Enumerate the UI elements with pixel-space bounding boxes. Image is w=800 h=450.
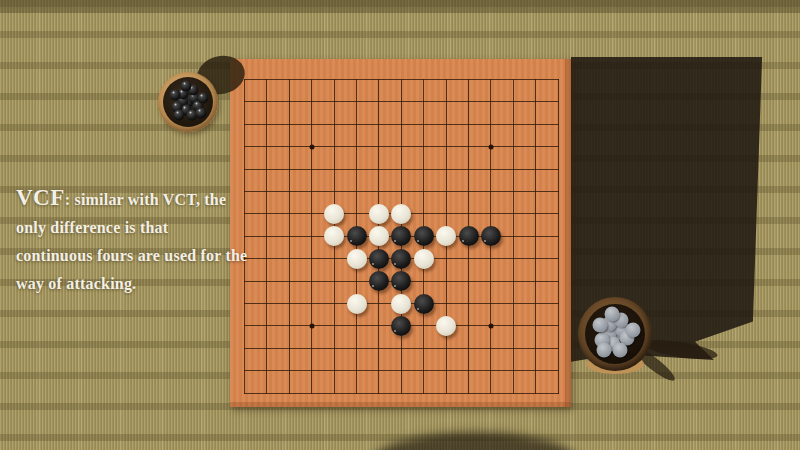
bowl-stone xyxy=(597,342,612,357)
vcf-caption: VCF: similar with VCT, the only differen… xyxy=(16,184,247,298)
board-grid xyxy=(244,79,559,394)
caption-line-3: continuous fours are used for the xyxy=(16,242,247,270)
black-stone[interactable] xyxy=(391,316,411,336)
black-stone[interactable] xyxy=(414,226,434,246)
white-stone[interactable] xyxy=(391,294,411,314)
white-stone[interactable] xyxy=(369,226,389,246)
star-point xyxy=(488,323,493,328)
black-stone[interactable] xyxy=(369,271,389,291)
bowl-stone xyxy=(180,80,191,91)
black-stone[interactable] xyxy=(347,226,367,246)
white-stone[interactable] xyxy=(347,294,367,314)
bowl-stone xyxy=(196,107,207,118)
bowl-stone xyxy=(605,307,620,322)
caption-line-1-rest: : similar with VCT, the xyxy=(65,191,227,208)
black-stone-bowl[interactable] xyxy=(158,72,218,132)
white-stone[interactable] xyxy=(324,204,344,224)
white-stone[interactable] xyxy=(347,249,367,269)
white-stone[interactable] xyxy=(414,249,434,269)
bowl-stone xyxy=(625,322,640,337)
white-stone[interactable] xyxy=(369,204,389,224)
white-stone[interactable] xyxy=(391,204,411,224)
star-point xyxy=(309,323,314,328)
white-bowl-hollow xyxy=(585,304,645,364)
bowl-stone xyxy=(174,110,185,121)
bowl-stone xyxy=(613,342,628,357)
bowl-stone xyxy=(592,318,607,333)
caption-line-1: VCF: similar with VCT, the xyxy=(16,184,247,214)
black-stone[interactable] xyxy=(369,249,389,269)
white-stone[interactable] xyxy=(436,226,456,246)
star-point xyxy=(488,144,493,149)
white-stone-bowl[interactable] xyxy=(578,297,652,371)
goban-board[interactable] xyxy=(230,59,571,407)
white-stone[interactable] xyxy=(436,316,456,336)
black-stone[interactable] xyxy=(391,271,411,291)
black-stone[interactable] xyxy=(391,226,411,246)
caption-line-2: only difference is that xyxy=(16,214,247,242)
star-point xyxy=(309,144,314,149)
bowl-stone xyxy=(170,89,181,100)
vcf-term: VCF xyxy=(16,185,65,210)
black-stone[interactable] xyxy=(414,294,434,314)
bowl-stone xyxy=(197,93,208,104)
white-stone[interactable] xyxy=(324,226,344,246)
black-stone[interactable] xyxy=(481,226,501,246)
caption-line-4: way of attacking. xyxy=(16,270,247,298)
black-stone[interactable] xyxy=(459,226,479,246)
scene: VCF: similar with VCT, the only differen… xyxy=(0,0,800,450)
black-bowl-hollow xyxy=(163,77,213,127)
black-stone[interactable] xyxy=(391,249,411,269)
